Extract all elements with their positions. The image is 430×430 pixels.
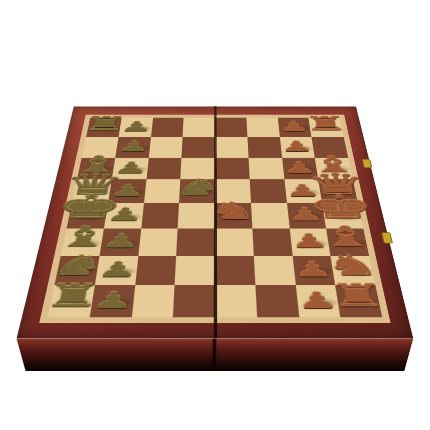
square[interactable] — [183, 118, 215, 137]
square[interactable] — [175, 256, 215, 286]
square[interactable] — [99, 228, 140, 255]
square[interactable] — [95, 256, 138, 286]
square[interactable] — [173, 285, 215, 317]
square[interactable] — [215, 285, 257, 317]
square[interactable] — [61, 228, 104, 255]
square[interactable] — [131, 285, 175, 317]
square[interactable] — [326, 228, 369, 255]
square[interactable] — [215, 118, 247, 137]
chess-photo-scene: ♜♟♟♜♟♟♝♟♟♝♛♟♞♟♛♚♟♞♟♚♝♟♟♝♞♟♟♞♜♟♟♜ — [0, 0, 430, 430]
pawn-glyph: ♟ — [119, 120, 153, 134]
square[interactable] — [254, 256, 296, 286]
square[interactable] — [48, 285, 95, 317]
square[interactable] — [89, 285, 134, 317]
square[interactable] — [295, 285, 340, 317]
square[interactable] — [252, 228, 292, 255]
square[interactable] — [292, 256, 335, 286]
knight-glyph: ♞ — [173, 176, 221, 199]
square[interactable] — [141, 203, 179, 228]
square[interactable] — [246, 118, 279, 137]
apron-fold-seam — [213, 339, 217, 372]
square[interactable] — [335, 285, 382, 317]
square[interactable] — [151, 118, 184, 137]
square[interactable] — [148, 137, 182, 158]
brass-latch[interactable] — [362, 159, 373, 168]
chess-board: ♜♟♟♜♟♟♝♟♟♝♛♟♞♟♛♚♟♞♟♚♝♟♟♝♞♟♟♞♜♟♟♜ — [17, 107, 414, 339]
piece-brass-knight[interactable]: ♞ — [174, 174, 220, 199]
square[interactable] — [135, 256, 177, 286]
square[interactable] — [182, 137, 215, 158]
square[interactable] — [289, 228, 330, 255]
square[interactable] — [215, 137, 248, 158]
square[interactable] — [138, 228, 178, 255]
box-front-apron — [17, 339, 414, 372]
square[interactable] — [255, 285, 299, 317]
board-fold-seam — [213, 106, 217, 338]
square[interactable] — [215, 256, 255, 286]
piece-copper-rook[interactable]: ♜ — [304, 112, 347, 133]
square[interactable] — [215, 228, 254, 255]
square[interactable] — [331, 256, 376, 286]
square[interactable] — [247, 137, 281, 158]
square[interactable] — [248, 157, 284, 179]
square[interactable] — [54, 256, 99, 286]
square[interactable] — [176, 228, 215, 255]
